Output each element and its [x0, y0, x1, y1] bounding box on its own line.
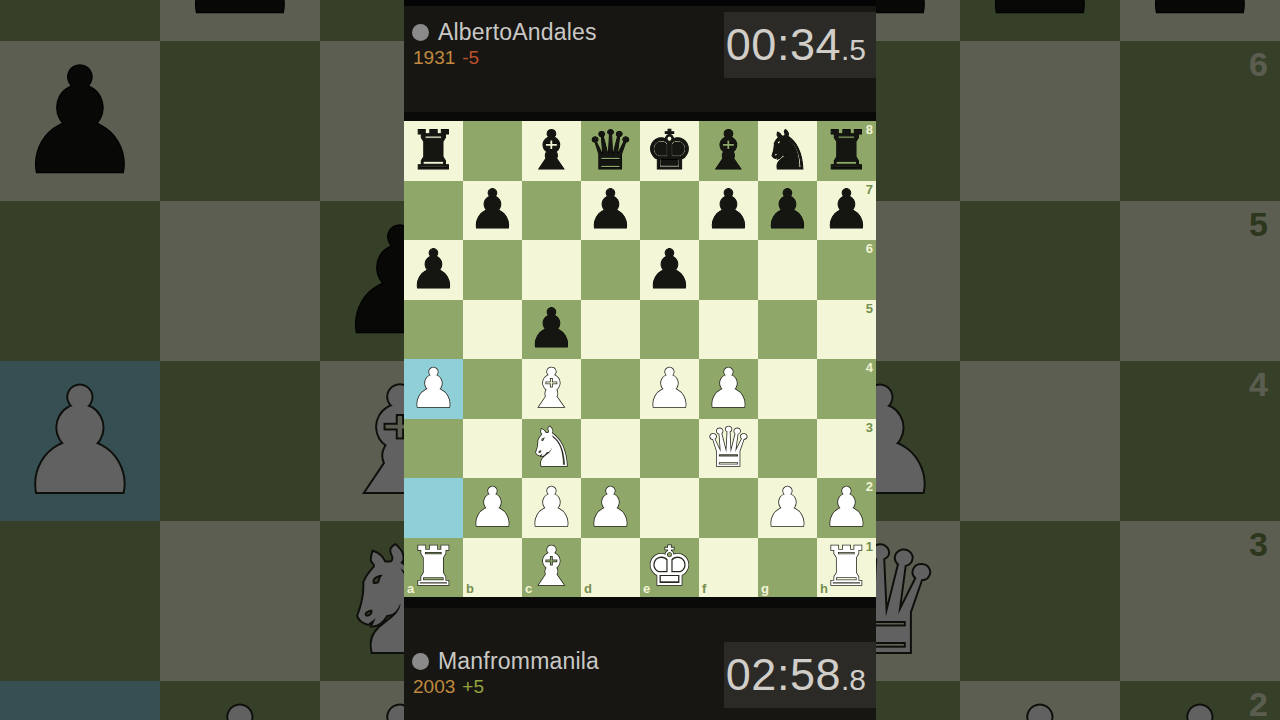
square-d6[interactable] [581, 240, 640, 300]
player-bottom-area: Manfrommanila 2003+5 02:58.8 [404, 608, 876, 720]
square-g3[interactable] [758, 419, 817, 479]
square-a4[interactable]: ♟ [404, 359, 463, 419]
board-bottom-strip [404, 597, 876, 608]
file-label: d [584, 581, 592, 596]
game-panel: AlbertoAndales 1931-5 00:34.5 ♜♝♛♚♝♞♜8♟♟… [404, 0, 876, 720]
file-label: f [702, 581, 706, 596]
piece-white-pawn[interactable]: ♟ [409, 362, 457, 416]
piece-white-pawn[interactable]: ♟ [763, 481, 811, 535]
piece-black-pawn[interactable]: ♟ [527, 302, 575, 356]
piece-white-bishop[interactable]: ♝ [527, 362, 575, 416]
square-e2[interactable] [640, 478, 699, 538]
square-f2[interactable] [699, 478, 758, 538]
piece-white-pawn[interactable]: ♟ [586, 481, 634, 535]
clock-top: 00:34.5 [724, 12, 876, 78]
square-c8[interactable]: ♝ [522, 121, 581, 181]
rank-label: 4 [866, 360, 873, 375]
player-bottom-name[interactable]: Manfrommanila [438, 648, 599, 675]
file-label: g [761, 581, 769, 596]
file-label: e [643, 581, 650, 596]
square-a6[interactable]: ♟ [404, 240, 463, 300]
piece-white-pawn[interactable]: ♟ [704, 362, 752, 416]
piece-white-rook[interactable]: ♜ [822, 540, 870, 594]
square-e1[interactable]: ♚e [640, 538, 699, 598]
square-f4[interactable]: ♟ [699, 359, 758, 419]
square-b2[interactable]: ♟ [463, 478, 522, 538]
rank-label: 5 [866, 301, 873, 316]
square-h2[interactable]: ♟2 [817, 478, 876, 538]
square-e5[interactable] [640, 300, 699, 360]
piece-black-pawn[interactable]: ♟ [468, 183, 516, 237]
square-b6[interactable] [463, 240, 522, 300]
square-e3[interactable] [640, 419, 699, 479]
piece-white-queen[interactable]: ♛ [704, 421, 752, 475]
piece-black-pawn[interactable]: ♟ [704, 183, 752, 237]
piece-white-knight[interactable]: ♞ [527, 421, 575, 475]
square-b4[interactable] [463, 359, 522, 419]
square-g5[interactable] [758, 300, 817, 360]
square-g8[interactable]: ♞ [758, 121, 817, 181]
square-c4[interactable]: ♝ [522, 359, 581, 419]
rank-label: 6 [866, 241, 873, 256]
piece-white-rook[interactable]: ♜ [409, 540, 457, 594]
file-label: h [820, 581, 828, 596]
square-f8[interactable]: ♝ [699, 121, 758, 181]
square-h4[interactable]: 4 [817, 359, 876, 419]
square-b1[interactable]: b [463, 538, 522, 598]
clock-bottom: 02:58.8 [724, 642, 876, 708]
square-d2[interactable]: ♟ [581, 478, 640, 538]
square-d4[interactable] [581, 359, 640, 419]
square-a8[interactable]: ♜ [404, 121, 463, 181]
square-a5[interactable] [404, 300, 463, 360]
square-c1[interactable]: ♝c [522, 538, 581, 598]
square-d1[interactable]: d [581, 538, 640, 598]
square-e4[interactable]: ♟ [640, 359, 699, 419]
piece-black-king[interactable]: ♚ [645, 124, 693, 178]
square-h5[interactable]: 5 [817, 300, 876, 360]
clock-top-time: 00:34 [726, 19, 841, 70]
clock-bottom-time: 02:58 [726, 649, 841, 700]
square-d5[interactable] [581, 300, 640, 360]
square-h8[interactable]: ♜8 [817, 121, 876, 181]
square-a1[interactable]: ♜a [404, 538, 463, 598]
rank-label: 2 [866, 479, 873, 494]
player-top-name[interactable]: AlbertoAndales [438, 19, 597, 46]
piece-black-queen[interactable]: ♛ [586, 124, 634, 178]
square-d7[interactable]: ♟ [581, 181, 640, 241]
piece-white-pawn[interactable]: ♟ [645, 362, 693, 416]
square-g7[interactable]: ♟ [758, 181, 817, 241]
rank-label: 1 [866, 539, 873, 554]
online-status-icon [412, 653, 429, 670]
square-a3[interactable] [404, 419, 463, 479]
square-a7[interactable] [404, 181, 463, 241]
square-g2[interactable]: ♟ [758, 478, 817, 538]
square-b8[interactable] [463, 121, 522, 181]
square-h6[interactable]: 6 [817, 240, 876, 300]
file-label: b [466, 581, 474, 596]
piece-black-rook[interactable]: ♜ [409, 124, 457, 178]
rank-label: 8 [866, 122, 873, 137]
video-frame: ♜♝♛♚♝♞♜8♟♟♟♟♟7♟♟6♟5♟♝♟♟4♞♛3♟♟♟♟♟2♜ab♝cd♚… [0, 0, 1280, 720]
piece-black-pawn[interactable]: ♟ [645, 243, 693, 297]
square-f1[interactable]: f [699, 538, 758, 598]
square-f7[interactable]: ♟ [699, 181, 758, 241]
clock-bottom-tenths: .8 [841, 663, 866, 696]
square-g1[interactable]: g [758, 538, 817, 598]
chess-board: ♜♝♛♚♝♞♜8♟♟♟♟♟7♟♟6♟5♟♝♟♟4♞♛3♟♟♟♟♟2♜ab♝cd♚… [404, 121, 876, 597]
square-c7[interactable] [522, 181, 581, 241]
piece-black-pawn[interactable]: ♟ [763, 183, 811, 237]
square-e8[interactable]: ♚ [640, 121, 699, 181]
piece-white-bishop[interactable]: ♝ [527, 540, 575, 594]
square-c2[interactable]: ♟ [522, 478, 581, 538]
player-bottom-rating: 2003 [413, 676, 455, 697]
square-b5[interactable] [463, 300, 522, 360]
square-g6[interactable] [758, 240, 817, 300]
piece-white-pawn[interactable]: ♟ [822, 481, 870, 535]
piece-black-rook[interactable]: ♜ [822, 124, 870, 178]
rank-label: 7 [866, 182, 873, 197]
square-f3[interactable]: ♛ [699, 419, 758, 479]
square-c3[interactable]: ♞ [522, 419, 581, 479]
square-d3[interactable] [581, 419, 640, 479]
file-label: a [407, 581, 414, 596]
piece-black-bishop[interactable]: ♝ [527, 124, 575, 178]
square-e7[interactable] [640, 181, 699, 241]
clock-top-tenths: .5 [841, 33, 866, 66]
rank-label: 3 [866, 420, 873, 435]
player-bottom-rating-diff: +5 [462, 676, 484, 697]
square-c5[interactable]: ♟ [522, 300, 581, 360]
piece-black-bishop[interactable]: ♝ [704, 124, 752, 178]
piece-black-knight[interactable]: ♞ [763, 124, 811, 178]
piece-black-pawn[interactable]: ♟ [409, 243, 457, 297]
square-h3[interactable]: 3 [817, 419, 876, 479]
square-g4[interactable] [758, 359, 817, 419]
piece-black-pawn[interactable]: ♟ [586, 183, 634, 237]
square-b3[interactable] [463, 419, 522, 479]
square-c6[interactable] [522, 240, 581, 300]
piece-white-pawn[interactable]: ♟ [468, 481, 516, 535]
square-e6[interactable]: ♟ [640, 240, 699, 300]
player-top-rating-diff: -5 [462, 47, 479, 68]
file-label: c [525, 581, 532, 596]
square-b7[interactable]: ♟ [463, 181, 522, 241]
square-f5[interactable] [699, 300, 758, 360]
square-f6[interactable] [699, 240, 758, 300]
piece-white-pawn[interactable]: ♟ [527, 481, 575, 535]
online-status-icon [412, 24, 429, 41]
piece-white-king[interactable]: ♚ [645, 540, 693, 594]
square-d8[interactable]: ♛ [581, 121, 640, 181]
piece-black-pawn[interactable]: ♟ [822, 183, 870, 237]
player-top-area: AlbertoAndales 1931-5 00:34.5 [404, 6, 876, 112]
player-top-rating: 1931 [413, 47, 455, 68]
square-a2[interactable] [404, 478, 463, 538]
square-h7[interactable]: ♟7 [817, 181, 876, 241]
square-h1[interactable]: ♜1h [817, 538, 876, 598]
